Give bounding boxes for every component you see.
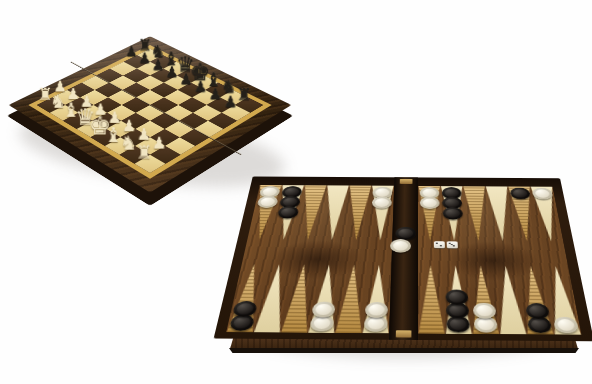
hinge-icon bbox=[396, 330, 412, 337]
point-triangle bbox=[281, 264, 317, 332]
backgammon-point-top-5 bbox=[344, 186, 372, 241]
black-checker bbox=[447, 316, 471, 332]
backgammon-point-bottom-4 bbox=[308, 264, 342, 333]
black-checker bbox=[446, 303, 469, 319]
point-triangle bbox=[543, 266, 581, 335]
white-checker bbox=[364, 315, 388, 331]
backgammon-point-top-6 bbox=[368, 186, 394, 241]
point-triangle bbox=[418, 265, 445, 334]
black-checker bbox=[446, 290, 469, 305]
backgammon-point-bottom-11 bbox=[518, 266, 554, 335]
backgammon-point-bottom-2 bbox=[253, 264, 291, 332]
point-triangle bbox=[308, 264, 342, 333]
black-checker bbox=[277, 206, 299, 218]
backgammon-point-bottom-7 bbox=[418, 265, 445, 334]
backgammon-point-top-7 bbox=[418, 186, 442, 241]
black-checker bbox=[525, 303, 550, 319]
die-icon bbox=[447, 241, 458, 248]
product-photo: ♜♞♝♛♚♝♞♜♟♟♟♟♟♟♟♟♟♟♟♟♟♟♟♟♜♞♝♛♚♝♞♜ bbox=[0, 0, 592, 384]
backgammon-point-bottom-5 bbox=[335, 265, 367, 334]
white-checker bbox=[553, 317, 579, 333]
white-checker bbox=[372, 197, 392, 209]
point-triangle bbox=[443, 265, 473, 334]
black-checker bbox=[232, 301, 258, 317]
dice-pair bbox=[434, 241, 458, 248]
black-checker bbox=[229, 314, 255, 330]
backgammon-set bbox=[235, 125, 575, 375]
backgammon-point-bottom-6 bbox=[362, 265, 391, 334]
backgammon-point-bottom-8 bbox=[443, 265, 473, 334]
white-checker bbox=[473, 316, 497, 332]
white-checker bbox=[472, 303, 496, 319]
point-triangle bbox=[493, 266, 527, 335]
backgammon-right-tray bbox=[418, 186, 582, 335]
point-triangle bbox=[362, 265, 391, 334]
point-triangle bbox=[468, 266, 500, 335]
black-checker bbox=[527, 317, 553, 333]
point-triangle bbox=[518, 266, 554, 335]
black-checker-on-bar bbox=[395, 227, 416, 240]
black-checker bbox=[443, 207, 464, 219]
backgammon-point-bottom-10 bbox=[493, 266, 527, 335]
white-checker bbox=[256, 196, 278, 208]
backgammon-board bbox=[214, 176, 592, 341]
white-checker bbox=[420, 197, 440, 209]
backgammon-point-bottom-1 bbox=[226, 264, 266, 332]
die-icon bbox=[434, 241, 445, 248]
point-triangle bbox=[335, 265, 367, 334]
white-checker bbox=[365, 302, 388, 318]
white-checker bbox=[310, 315, 335, 331]
backgammon-point-bottom-9 bbox=[468, 266, 500, 335]
hinge-icon bbox=[400, 179, 413, 184]
white-checker bbox=[312, 302, 336, 318]
point-triangle bbox=[253, 264, 291, 332]
backgammon-left-tray bbox=[226, 185, 394, 333]
backgammon-point-bottom-3 bbox=[281, 264, 317, 332]
point-triangle bbox=[344, 186, 372, 241]
backgammon-point-bottom-12 bbox=[543, 266, 581, 335]
point-triangle bbox=[226, 264, 266, 332]
chess-set: ♜♞♝♛♚♝♞♜♟♟♟♟♟♟♟♟♟♟♟♟♟♟♟♟♜♞♝♛♚♝♞♜ bbox=[50, 5, 250, 205]
